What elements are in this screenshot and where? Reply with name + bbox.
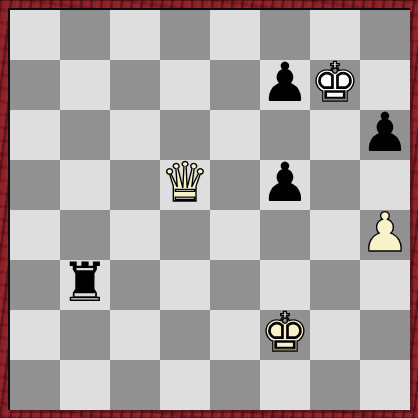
square-d7[interactable] [160,60,210,110]
square-d4[interactable] [160,210,210,260]
square-e4[interactable] [210,210,260,260]
square-b8[interactable] [60,10,110,60]
square-b5[interactable] [60,160,110,210]
white-pawn[interactable]: ♟ [361,208,409,258]
black-pawn[interactable]: ♟ [261,158,309,208]
square-g1[interactable] [310,360,360,410]
square-e2[interactable] [210,310,260,360]
black-king[interactable]: ♚ [311,58,359,108]
square-c7[interactable] [110,60,160,110]
square-b6[interactable] [60,110,110,160]
square-e5[interactable] [210,160,260,210]
square-f5[interactable]: ♟ [260,160,310,210]
square-b1[interactable] [60,360,110,410]
square-h3[interactable] [360,260,410,310]
square-h6[interactable]: ♟ [360,110,410,160]
square-c2[interactable] [110,310,160,360]
square-f4[interactable] [260,210,310,260]
black-pawn[interactable]: ♟ [361,108,409,158]
square-a5[interactable] [10,160,60,210]
square-a7[interactable] [10,60,60,110]
square-d3[interactable] [160,260,210,310]
square-b2[interactable] [60,310,110,360]
square-g2[interactable] [310,310,360,360]
square-a3[interactable] [10,260,60,310]
square-g5[interactable] [310,160,360,210]
square-c5[interactable] [110,160,160,210]
square-e7[interactable] [210,60,260,110]
square-e8[interactable] [210,10,260,60]
chess-board: ♟♚♟♛♟♟♜♚ [8,8,410,410]
square-b3[interactable]: ♜ [60,260,110,310]
square-h8[interactable] [360,10,410,60]
square-f2[interactable]: ♚ [260,310,310,360]
square-e3[interactable] [210,260,260,310]
square-g6[interactable] [310,110,360,160]
square-g7[interactable]: ♚ [310,60,360,110]
square-a4[interactable] [10,210,60,260]
square-h4[interactable]: ♟ [360,210,410,260]
board-frame: ♟♚♟♛♟♟♜♚ [0,0,418,418]
black-rook[interactable]: ♜ [61,258,109,308]
square-e6[interactable] [210,110,260,160]
square-f7[interactable]: ♟ [260,60,310,110]
square-c8[interactable] [110,10,160,60]
square-c4[interactable] [110,210,160,260]
square-g3[interactable] [310,260,360,310]
white-king[interactable]: ♚ [261,308,309,358]
square-h1[interactable] [360,360,410,410]
square-a8[interactable] [10,10,60,60]
square-a6[interactable] [10,110,60,160]
square-c1[interactable] [110,360,160,410]
square-d5[interactable]: ♛ [160,160,210,210]
square-a2[interactable] [10,310,60,360]
square-g4[interactable] [310,210,360,260]
white-queen[interactable]: ♛ [161,158,209,208]
square-c6[interactable] [110,110,160,160]
black-pawn[interactable]: ♟ [261,58,309,108]
square-d1[interactable] [160,360,210,410]
square-e1[interactable] [210,360,260,410]
square-d8[interactable] [160,10,210,60]
square-b7[interactable] [60,60,110,110]
square-h2[interactable] [360,310,410,360]
square-c3[interactable] [110,260,160,310]
square-a1[interactable] [10,360,60,410]
square-f1[interactable] [260,360,310,410]
square-d2[interactable] [160,310,210,360]
